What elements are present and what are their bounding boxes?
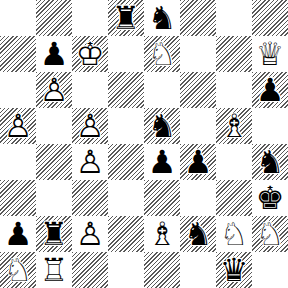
- square-c1[interactable]: [72, 252, 108, 288]
- square-b6[interactable]: ♟♙: [36, 72, 72, 108]
- piece-white-pawn: ♙: [0, 108, 36, 144]
- square-g7[interactable]: [216, 36, 252, 72]
- piece-white-pawn: ♙: [72, 216, 108, 252]
- square-a7[interactable]: [0, 36, 36, 72]
- square-b8[interactable]: [36, 0, 72, 36]
- square-e6[interactable]: [144, 72, 180, 108]
- piece-black-pawn: ♟: [144, 144, 180, 180]
- piece-black-king: ♚: [252, 180, 288, 216]
- piece-black-pawn: ♟: [36, 36, 72, 72]
- square-c5[interactable]: ♟♙: [72, 108, 108, 144]
- square-f8[interactable]: [180, 0, 216, 36]
- square-e1[interactable]: [144, 252, 180, 288]
- square-h7[interactable]: ♛♕: [252, 36, 288, 72]
- piece-black-knight: ♞: [144, 0, 180, 36]
- chess-board: ♜♜♞♞♟♟♚♔♞♘♛♕♟♙♟♟♟♙♟♙♞♞♝♗♟♙♟♟♟♟♞♞♚♚♟♟♜♜♟♙…: [0, 0, 288, 288]
- piece-white-knight: ♘: [0, 252, 36, 288]
- square-e5[interactable]: ♞♞: [144, 108, 180, 144]
- square-c8[interactable]: [72, 0, 108, 36]
- piece-white-rook: ♖: [36, 252, 72, 288]
- square-a6[interactable]: [0, 72, 36, 108]
- square-g4[interactable]: [216, 144, 252, 180]
- square-d8[interactable]: ♜♜: [108, 0, 144, 36]
- piece-white-pawn: ♙: [36, 72, 72, 108]
- square-b7[interactable]: ♟♟: [36, 36, 72, 72]
- square-h5[interactable]: [252, 108, 288, 144]
- square-h2[interactable]: ♞♘: [252, 216, 288, 252]
- piece-white-pawn: ♙: [72, 108, 108, 144]
- square-d5[interactable]: [108, 108, 144, 144]
- square-b3[interactable]: [36, 180, 72, 216]
- square-e3[interactable]: [144, 180, 180, 216]
- square-d2[interactable]: [108, 216, 144, 252]
- square-a1[interactable]: ♞♘: [0, 252, 36, 288]
- piece-black-rook: ♜: [36, 216, 72, 252]
- square-e2[interactable]: ♝♗: [144, 216, 180, 252]
- piece-white-knight: ♘: [252, 216, 288, 252]
- square-h3[interactable]: ♚♚: [252, 180, 288, 216]
- square-f5[interactable]: [180, 108, 216, 144]
- piece-black-knight: ♞: [144, 108, 180, 144]
- square-f2[interactable]: ♞♞: [180, 216, 216, 252]
- square-c7[interactable]: ♚♔: [72, 36, 108, 72]
- square-h4[interactable]: ♞♞: [252, 144, 288, 180]
- square-a4[interactable]: [0, 144, 36, 180]
- square-b4[interactable]: [36, 144, 72, 180]
- square-c6[interactable]: [72, 72, 108, 108]
- square-e7[interactable]: ♞♘: [144, 36, 180, 72]
- square-b2[interactable]: ♜♜: [36, 216, 72, 252]
- square-e8[interactable]: ♞♞: [144, 0, 180, 36]
- piece-white-pawn: ♙: [72, 144, 108, 180]
- piece-black-rook: ♜: [108, 0, 144, 36]
- square-d7[interactable]: [108, 36, 144, 72]
- square-g6[interactable]: [216, 72, 252, 108]
- square-h6[interactable]: ♟♟: [252, 72, 288, 108]
- square-e4[interactable]: ♟♟: [144, 144, 180, 180]
- square-d3[interactable]: [108, 180, 144, 216]
- piece-black-knight: ♞: [180, 216, 216, 252]
- square-c3[interactable]: [72, 180, 108, 216]
- square-g2[interactable]: ♞♘: [216, 216, 252, 252]
- square-a8[interactable]: [0, 0, 36, 36]
- square-g5[interactable]: ♝♗: [216, 108, 252, 144]
- square-f3[interactable]: [180, 180, 216, 216]
- piece-black-pawn: ♟: [252, 72, 288, 108]
- square-g8[interactable]: [216, 0, 252, 36]
- square-c2[interactable]: ♟♙: [72, 216, 108, 252]
- square-a2[interactable]: ♟♟: [0, 216, 36, 252]
- square-f6[interactable]: [180, 72, 216, 108]
- square-f4[interactable]: ♟♟: [180, 144, 216, 180]
- square-f7[interactable]: [180, 36, 216, 72]
- piece-black-pawn: ♟: [0, 216, 36, 252]
- piece-black-pawn: ♟: [180, 144, 216, 180]
- square-a5[interactable]: ♟♙: [0, 108, 36, 144]
- piece-white-bishop: ♗: [144, 216, 180, 252]
- square-d4[interactable]: [108, 144, 144, 180]
- square-g1[interactable]: ♛♛: [216, 252, 252, 288]
- piece-white-queen: ♕: [252, 36, 288, 72]
- square-c4[interactable]: ♟♙: [72, 144, 108, 180]
- square-h8[interactable]: [252, 0, 288, 36]
- piece-white-knight: ♘: [216, 216, 252, 252]
- square-a3[interactable]: [0, 180, 36, 216]
- piece-white-bishop: ♗: [216, 108, 252, 144]
- piece-white-king: ♔: [72, 36, 108, 72]
- piece-white-knight: ♘: [144, 36, 180, 72]
- square-b1[interactable]: ♜♖: [36, 252, 72, 288]
- square-g3[interactable]: [216, 180, 252, 216]
- square-d1[interactable]: [108, 252, 144, 288]
- square-d6[interactable]: [108, 72, 144, 108]
- square-f1[interactable]: [180, 252, 216, 288]
- piece-black-knight: ♞: [252, 144, 288, 180]
- square-h1[interactable]: [252, 252, 288, 288]
- square-b5[interactable]: [36, 108, 72, 144]
- piece-black-queen: ♛: [216, 252, 252, 288]
